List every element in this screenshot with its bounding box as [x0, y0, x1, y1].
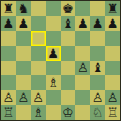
white-knight[interactable]: ♘ — [92, 106, 104, 119]
square-c6[interactable] — [31, 31, 46, 46]
square-f7[interactable]: ♟ — [75, 16, 90, 31]
black-pawn[interactable]: ♟ — [92, 16, 104, 29]
black-bishop[interactable]: ♝ — [62, 16, 74, 29]
white-pawn[interactable]: ♙ — [77, 61, 89, 74]
black-pawn[interactable]: ♟ — [77, 16, 89, 29]
square-d5[interactable]: ♟ — [46, 46, 61, 61]
square-h6[interactable] — [105, 31, 120, 46]
square-e2[interactable] — [61, 90, 76, 105]
square-f8[interactable] — [75, 1, 90, 16]
square-e6[interactable] — [61, 31, 76, 46]
square-c7[interactable] — [31, 16, 46, 31]
white-bishop[interactable]: ♗ — [47, 76, 59, 89]
square-f1[interactable] — [75, 105, 90, 120]
square-g7[interactable]: ♟ — [90, 16, 105, 31]
square-e1[interactable]: ♔ — [61, 105, 76, 120]
square-a6[interactable] — [1, 31, 16, 46]
black-knight[interactable]: ♞ — [17, 1, 29, 14]
square-f5[interactable] — [75, 46, 90, 61]
square-d8[interactable] — [46, 1, 61, 16]
square-a5[interactable] — [1, 46, 16, 61]
square-b7[interactable]: ♟ — [16, 16, 31, 31]
square-a3[interactable] — [1, 75, 16, 90]
white-pawn[interactable]: ♙ — [17, 91, 29, 104]
square-a4[interactable] — [1, 61, 16, 76]
black-king[interactable]: ♚ — [62, 1, 74, 14]
square-a1[interactable]: ♖ — [1, 105, 16, 120]
square-c5[interactable] — [31, 46, 46, 61]
square-b8[interactable]: ♞ — [16, 1, 31, 16]
square-d2[interactable] — [46, 90, 61, 105]
white-pawn[interactable]: ♙ — [32, 91, 44, 104]
square-c2[interactable]: ♙ — [31, 90, 46, 105]
black-rook[interactable]: ♜ — [107, 1, 119, 14]
square-g3[interactable] — [90, 75, 105, 90]
black-pawn[interactable]: ♟ — [47, 46, 59, 59]
white-king[interactable]: ♔ — [62, 106, 74, 119]
square-h3[interactable] — [105, 75, 120, 90]
white-pawn[interactable]: ♙ — [3, 91, 15, 104]
square-b5[interactable] — [16, 46, 31, 61]
square-b6[interactable] — [16, 31, 31, 46]
square-c3[interactable] — [31, 75, 46, 90]
white-rook[interactable]: ♖ — [107, 106, 119, 119]
square-h1[interactable]: ♖ — [105, 105, 120, 120]
white-rook[interactable]: ♖ — [3, 106, 15, 119]
white-pawn[interactable]: ♙ — [107, 91, 119, 104]
square-b3[interactable] — [16, 75, 31, 90]
chess-board: ♜♞♚♜♟♟♝♟♟♟♟♙♝♗♙♙♙♙♙♖♗♔♘♖ — [1, 1, 120, 120]
white-bishop[interactable]: ♗ — [32, 106, 44, 119]
square-a2[interactable]: ♙ — [1, 90, 16, 105]
square-c4[interactable] — [31, 61, 46, 76]
square-g2[interactable]: ♙ — [90, 90, 105, 105]
square-h7[interactable]: ♟ — [105, 16, 120, 31]
black-pawn[interactable]: ♟ — [17, 16, 29, 29]
square-g5[interactable] — [90, 46, 105, 61]
square-e8[interactable]: ♚ — [61, 1, 76, 16]
square-a7[interactable]: ♟ — [1, 16, 16, 31]
square-b2[interactable]: ♙ — [16, 90, 31, 105]
square-g6[interactable] — [90, 31, 105, 46]
square-d6[interactable] — [46, 31, 61, 46]
square-e5[interactable] — [61, 46, 76, 61]
square-h4[interactable] — [105, 61, 120, 76]
black-rook[interactable]: ♜ — [3, 1, 15, 14]
chess-board-frame: ♜♞♚♜♟♟♝♟♟♟♟♙♝♗♙♙♙♙♙♖♗♔♘♖ — [0, 0, 121, 121]
square-a8[interactable]: ♜ — [1, 1, 16, 16]
black-bishop[interactable]: ♝ — [92, 61, 104, 74]
square-f6[interactable] — [75, 31, 90, 46]
black-pawn[interactable]: ♟ — [3, 16, 15, 29]
square-e7[interactable]: ♝ — [61, 16, 76, 31]
square-d1[interactable] — [46, 105, 61, 120]
square-f3[interactable] — [75, 75, 90, 90]
square-d3[interactable]: ♗ — [46, 75, 61, 90]
square-h2[interactable]: ♙ — [105, 90, 120, 105]
white-pawn[interactable]: ♙ — [92, 91, 104, 104]
square-c8[interactable] — [31, 1, 46, 16]
square-d4[interactable] — [46, 61, 61, 76]
square-d7[interactable] — [46, 16, 61, 31]
square-c1[interactable]: ♗ — [31, 105, 46, 120]
square-g4[interactable]: ♝ — [90, 61, 105, 76]
square-b1[interactable] — [16, 105, 31, 120]
square-g1[interactable]: ♘ — [90, 105, 105, 120]
square-g8[interactable] — [90, 1, 105, 16]
black-pawn[interactable]: ♟ — [107, 16, 119, 29]
square-e4[interactable] — [61, 61, 76, 76]
square-h5[interactable] — [105, 46, 120, 61]
square-f4[interactable]: ♙ — [75, 61, 90, 76]
square-b4[interactable] — [16, 61, 31, 76]
square-f2[interactable] — [75, 90, 90, 105]
square-e3[interactable] — [61, 75, 76, 90]
square-h8[interactable]: ♜ — [105, 1, 120, 16]
